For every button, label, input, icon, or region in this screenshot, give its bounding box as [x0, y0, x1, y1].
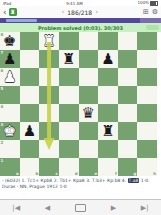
square-c1[interactable]: c: [39, 158, 59, 176]
solved-banner-text: Problem solved (0:03). 30/303: [38, 25, 123, 31]
square-b6[interactable]: [20, 68, 40, 86]
square-c4[interactable]: [39, 104, 59, 122]
prev-puzzle-chevron-icon[interactable]: ‹: [61, 8, 64, 16]
square-f1[interactable]: f: [98, 158, 118, 176]
square-c8[interactable]: ♜: [39, 32, 59, 50]
next-puzzle-chevron-icon[interactable]: ›: [95, 8, 98, 16]
square-b7[interactable]: [20, 50, 40, 68]
square-c5[interactable]: [39, 86, 59, 104]
square-e1[interactable]: e: [79, 158, 99, 176]
banner-action-pill[interactable]: [146, 25, 159, 30]
status-left-label: iPad: [3, 1, 11, 6]
square-g4[interactable]: [118, 104, 138, 122]
square-f6[interactable]: [98, 68, 118, 86]
square-e4[interactable]: ♛: [79, 104, 99, 122]
square-d5[interactable]: [59, 86, 79, 104]
square-e6[interactable]: [79, 68, 99, 86]
square-g5[interactable]: [118, 86, 138, 104]
app-logo-icon[interactable]: ♜: [9, 8, 17, 16]
coord-rank-5: 5: [1, 87, 4, 91]
square-d1[interactable]: d: [59, 158, 79, 176]
nav-bar: ‹ ♜ ‹ 186/218 › ⊞ ⚙: [0, 6, 161, 18]
gear-icon[interactable]: ⚙: [152, 8, 158, 16]
square-h4[interactable]: [137, 104, 157, 122]
square-h5[interactable]: [137, 86, 157, 104]
chess-board: 8♚♜7♟♜♟6♟54♛3♚♟♜21abcdefgh: [0, 32, 157, 176]
battery-icon: [150, 1, 158, 6]
square-g6[interactable]: [118, 68, 138, 86]
square-g7[interactable]: [118, 50, 138, 68]
square-f2[interactable]: [98, 140, 118, 158]
square-a4[interactable]: 4: [0, 104, 20, 122]
coord-file-f: f: [115, 172, 117, 176]
square-f4[interactable]: [98, 104, 118, 122]
coord-file-e: e: [94, 172, 97, 176]
square-e7[interactable]: [79, 50, 99, 68]
progress-fill: [6, 19, 37, 22]
square-b8[interactable]: [20, 32, 40, 50]
board-view-button[interactable]: [75, 204, 86, 212]
square-b1[interactable]: b: [20, 158, 40, 176]
piece-black-king: ♚: [0, 32, 20, 50]
back-chevron-icon[interactable]: ‹: [3, 7, 7, 17]
moves-before: - (6032) 1. Тc1+ Крb8 2. Тb1+ Крa8 3. Т:…: [2, 178, 128, 183]
square-h8[interactable]: [137, 32, 157, 50]
piece-white-pawn: ♟: [0, 68, 20, 86]
square-b4[interactable]: [20, 104, 40, 122]
status-time: 9:41 AM: [66, 1, 82, 6]
square-b2[interactable]: [20, 140, 40, 158]
next-move-button[interactable]: ▶: [111, 204, 116, 212]
square-d3[interactable]: [59, 122, 79, 140]
square-a3[interactable]: 3♚: [0, 122, 20, 140]
square-a1[interactable]: 1a: [0, 158, 20, 176]
square-a8[interactable]: 8♚: [0, 32, 20, 50]
coord-file-d: d: [75, 172, 78, 176]
square-g1[interactable]: g: [118, 158, 138, 176]
square-d6[interactable]: [59, 68, 79, 86]
moves-panel: - (6032) 1. Тc1+ Крb8 2. Тb1+ Крa8 3. Т:…: [0, 176, 161, 199]
last-move-button[interactable]: ▶|: [141, 204, 149, 212]
square-g8[interactable]: [118, 32, 138, 50]
square-a7[interactable]: 7♟: [0, 50, 20, 68]
square-h3[interactable]: [137, 122, 157, 140]
piece-black-pawn: ♟: [0, 50, 20, 68]
coord-file-g: g: [134, 172, 137, 176]
puzzle-counter: 186/218: [67, 9, 92, 16]
square-e3[interactable]: [79, 122, 99, 140]
square-c3[interactable]: [39, 122, 59, 140]
square-h7[interactable]: [137, 50, 157, 68]
square-e2[interactable]: [79, 140, 99, 158]
current-move-chip[interactable]: Т:a8: [128, 178, 140, 183]
coord-rank-2: 2: [1, 141, 4, 145]
coord-file-h: h: [153, 172, 156, 176]
prev-move-button[interactable]: ◀: [45, 204, 50, 212]
square-a6[interactable]: 6♟: [0, 68, 20, 86]
piece-white-king: ♚: [0, 122, 20, 140]
square-d7[interactable]: ♜: [59, 50, 79, 68]
square-f8[interactable]: [98, 32, 118, 50]
playback-toolbar: |◀ ◀ ▶ ▶|: [0, 199, 161, 215]
first-move-button[interactable]: |◀: [12, 204, 20, 212]
status-battery: 100%: [138, 0, 158, 5]
square-a2[interactable]: 2: [0, 140, 20, 158]
piece-black-pawn: ♟: [98, 50, 118, 68]
coord-file-b: b: [35, 172, 38, 176]
square-f5[interactable]: [98, 86, 118, 104]
square-a5[interactable]: 5: [0, 86, 20, 104]
piece-black-queen: ♛: [79, 104, 99, 122]
battery-percent: 100%: [138, 0, 149, 5]
square-d8[interactable]: [59, 32, 79, 50]
square-h1[interactable]: h: [137, 158, 157, 176]
square-d2[interactable]: [59, 140, 79, 158]
square-d4[interactable]: [59, 104, 79, 122]
square-f7[interactable]: ♟: [98, 50, 118, 68]
square-h2[interactable]: [137, 140, 157, 158]
square-e5[interactable]: [79, 86, 99, 104]
square-c2[interactable]: [39, 140, 59, 158]
square-h6[interactable]: [137, 68, 157, 86]
coord-file-c: c: [56, 172, 58, 176]
solved-banner: Problem solved (0:03). 30/303: [0, 23, 161, 32]
piece-black-rook: ♜: [59, 50, 79, 68]
square-g3[interactable]: [118, 122, 138, 140]
square-c7[interactable]: [39, 50, 59, 68]
coord-rank-4: 4: [1, 105, 4, 109]
coord-file-a: a: [16, 172, 19, 176]
square-b3[interactable]: ♟: [20, 122, 40, 140]
piece-white-rook: ♜: [39, 32, 59, 50]
moves-after: 1-0.: [139, 178, 149, 183]
square-f3[interactable]: ♜: [98, 122, 118, 140]
square-b5[interactable]: [20, 86, 40, 104]
square-g2[interactable]: [118, 140, 138, 158]
game-info: Duras - NN, Prague 1912 1-0: [2, 184, 159, 190]
square-e8[interactable]: [79, 32, 99, 50]
board-container: 8♚♜7♟♜♟6♟54♛3♚♟♜21abcdefgh: [0, 32, 157, 176]
piece-black-pawn: ♟: [20, 122, 40, 140]
grid-icon[interactable]: ⊞: [143, 8, 149, 16]
coord-rank-1: 1: [1, 159, 4, 163]
square-c6[interactable]: [39, 68, 59, 86]
piece-black-rook: ♜: [98, 122, 118, 140]
